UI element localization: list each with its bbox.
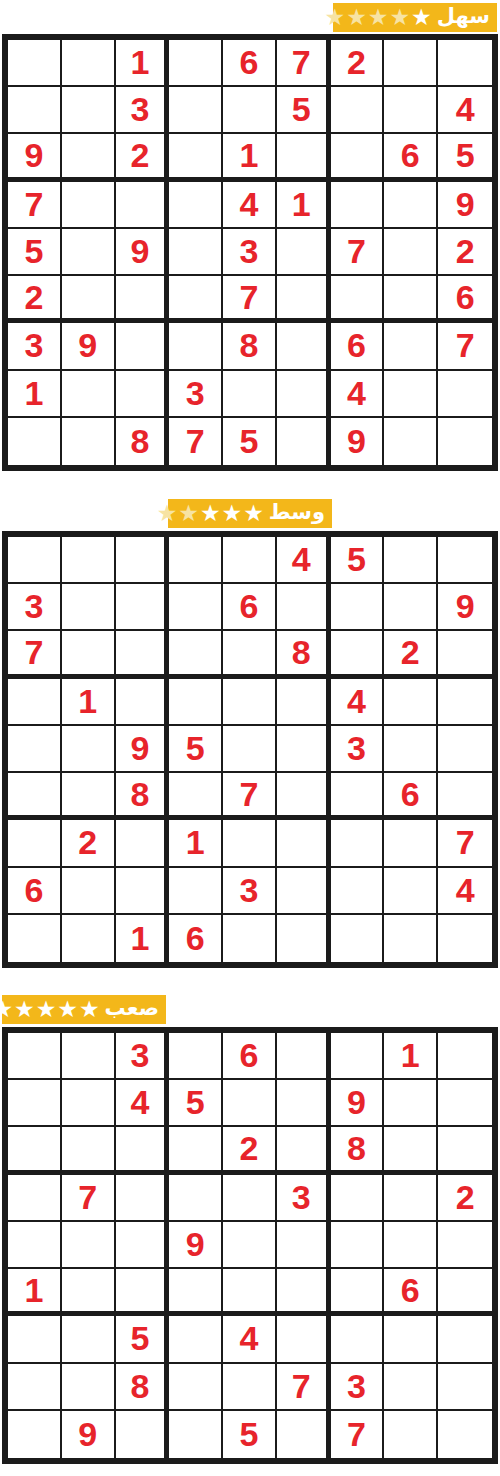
star-empty-icon: ★ — [157, 502, 178, 525]
cell-r2c4 — [169, 87, 223, 134]
cell-r6c1 — [8, 773, 62, 820]
cell-r8c8 — [384, 1364, 438, 1411]
cell-r9c4 — [169, 1411, 223, 1458]
cell-r9c4: 7 — [169, 418, 223, 465]
cell-r1c5: 6 — [223, 40, 277, 87]
cell-r8c6: 7 — [277, 1364, 331, 1411]
cell-r4c2: 7 — [62, 1175, 116, 1222]
cell-r3c4 — [169, 1127, 223, 1174]
cell-r5c3: 9 — [116, 726, 170, 773]
cell-r1c1 — [8, 40, 62, 87]
cell-r3c1 — [8, 1127, 62, 1174]
cell-r4c6: 3 — [277, 1175, 331, 1222]
cell-r6c4 — [169, 276, 223, 323]
cell-r8c4 — [169, 868, 223, 915]
cell-r5c7: 7 — [331, 229, 385, 276]
cell-r7c7 — [331, 1316, 385, 1363]
star-filled-icon: ★ — [243, 502, 264, 525]
cell-r8c7: 3 — [331, 1364, 385, 1411]
cell-r7c3: 5 — [116, 1316, 170, 1363]
cell-r8c3 — [116, 371, 170, 418]
cell-r4c7: 4 — [331, 679, 385, 726]
cell-r1c4 — [169, 1033, 223, 1080]
star-filled-icon: ★ — [79, 998, 100, 1021]
cell-r2c6: 5 — [277, 87, 331, 134]
cell-r2c9 — [438, 1080, 492, 1127]
cell-r8c2 — [62, 371, 116, 418]
cell-r5c5 — [223, 726, 277, 773]
cell-r5c6 — [277, 1222, 331, 1269]
cell-r3c8: 2 — [384, 631, 438, 678]
cell-r8c7 — [331, 868, 385, 915]
cell-r4c4 — [169, 679, 223, 726]
cell-r3c2 — [62, 631, 116, 678]
cell-r6c3: 8 — [116, 773, 170, 820]
cell-r8c6 — [277, 868, 331, 915]
cell-r5c8 — [384, 1222, 438, 1269]
cell-r8c3: 8 — [116, 1364, 170, 1411]
cell-r4c2 — [62, 182, 116, 229]
cell-r1c5 — [223, 537, 277, 584]
cell-r9c6 — [277, 915, 331, 962]
cell-r1c8 — [384, 40, 438, 87]
cell-r4c4 — [169, 182, 223, 229]
cell-r2c8 — [384, 584, 438, 631]
cell-r6c1: 2 — [8, 276, 62, 323]
cell-r5c3 — [116, 1222, 170, 1269]
cell-r3c4 — [169, 631, 223, 678]
cell-r2c8 — [384, 87, 438, 134]
cell-r2c4 — [169, 584, 223, 631]
cell-r5c9: 2 — [438, 229, 492, 276]
cell-r6c8: 6 — [384, 773, 438, 820]
cell-r9c7: 7 — [331, 1411, 385, 1458]
cell-r2c5: 6 — [223, 584, 277, 631]
cell-r6c8: 6 — [384, 1269, 438, 1316]
cell-r8c1: 1 — [8, 371, 62, 418]
cell-r6c1: 1 — [8, 1269, 62, 1316]
cell-r1c2 — [62, 40, 116, 87]
cell-r9c3 — [116, 1411, 170, 1458]
cell-r5c2 — [62, 229, 116, 276]
cell-r7c7 — [331, 820, 385, 867]
cell-r7c4: 1 — [169, 820, 223, 867]
cell-r3c6 — [277, 134, 331, 181]
cell-r2c2 — [62, 87, 116, 134]
cell-r3c8 — [384, 1127, 438, 1174]
cell-r6c9 — [438, 773, 492, 820]
cell-r5c2 — [62, 726, 116, 773]
cell-r2c3 — [116, 584, 170, 631]
cell-r8c9 — [438, 1364, 492, 1411]
cell-r8c8 — [384, 371, 438, 418]
cell-r3c5 — [223, 631, 277, 678]
cell-r3c3 — [116, 1127, 170, 1174]
cell-r3c5: 2 — [223, 1127, 277, 1174]
cell-r8c5 — [223, 1364, 277, 1411]
cell-r1c7 — [331, 1033, 385, 1080]
cell-r6c7 — [331, 773, 385, 820]
cell-r6c8 — [384, 276, 438, 323]
star-empty-icon: ★ — [346, 6, 367, 29]
cell-r6c4 — [169, 773, 223, 820]
cell-r9c9 — [438, 418, 492, 465]
star-filled-icon: ★ — [411, 6, 432, 29]
cell-r3c6: 8 — [277, 631, 331, 678]
cell-r7c5: 8 — [223, 323, 277, 370]
cell-r9c2 — [62, 915, 116, 962]
cell-r4c7 — [331, 182, 385, 229]
cell-r6c7 — [331, 276, 385, 323]
cell-r7c9 — [438, 1316, 492, 1363]
cell-r2c1: 3 — [8, 584, 62, 631]
cell-r6c9: 6 — [438, 276, 492, 323]
cell-r8c2 — [62, 1364, 116, 1411]
cell-r8c1 — [8, 1364, 62, 1411]
cell-r5c4: 9 — [169, 1222, 223, 1269]
cell-r1c4 — [169, 537, 223, 584]
cell-r5c6 — [277, 726, 331, 773]
cell-r9c9 — [438, 915, 492, 962]
cell-r3c7 — [331, 134, 385, 181]
cell-r4c4 — [169, 1175, 223, 1222]
cell-r1c4 — [169, 40, 223, 87]
cell-r5c9 — [438, 1222, 492, 1269]
difficulty-banner-medium: وسط ★★★★★ — [168, 499, 332, 528]
cell-r7c5: 4 — [223, 1316, 277, 1363]
difficulty-label-hard: صعب — [105, 998, 159, 1021]
cell-r8c9 — [438, 371, 492, 418]
cell-r2c6 — [277, 584, 331, 631]
cell-r4c8 — [384, 182, 438, 229]
cell-r7c7: 6 — [331, 323, 385, 370]
cell-r2c3: 3 — [116, 87, 170, 134]
cell-r2c2 — [62, 584, 116, 631]
cell-r5c6 — [277, 229, 331, 276]
cell-r8c4: 3 — [169, 371, 223, 418]
difficulty-stars-easy: ★★★★★ — [325, 6, 432, 29]
cell-r4c7 — [331, 1175, 385, 1222]
cell-r1c6: 4 — [277, 537, 331, 584]
cell-r9c6 — [277, 418, 331, 465]
cell-r5c7: 3 — [331, 726, 385, 773]
cell-r2c2 — [62, 1080, 116, 1127]
cell-r3c7 — [331, 631, 385, 678]
cell-r9c5 — [223, 915, 277, 962]
cell-r4c8 — [384, 1175, 438, 1222]
cell-r4c3 — [116, 1175, 170, 1222]
cell-r3c4 — [169, 134, 223, 181]
cell-r1c5: 6 — [223, 1033, 277, 1080]
cell-r4c8 — [384, 679, 438, 726]
cell-r2c1 — [8, 87, 62, 134]
cell-r5c9 — [438, 726, 492, 773]
cell-r5c8 — [384, 229, 438, 276]
cell-r5c7 — [331, 1222, 385, 1269]
cell-r9c4: 6 — [169, 915, 223, 962]
star-empty-icon: ★ — [178, 502, 199, 525]
cell-r9c1 — [8, 418, 62, 465]
cell-r4c9: 9 — [438, 182, 492, 229]
cell-r7c6 — [277, 323, 331, 370]
cell-r4c9 — [438, 679, 492, 726]
difficulty-label-easy: سهل — [437, 6, 490, 29]
cell-r6c5 — [223, 1269, 277, 1316]
cell-r8c3 — [116, 868, 170, 915]
difficulty-banner-easy: سهل ★★★★★ — [333, 3, 497, 32]
star-filled-icon: ★ — [0, 998, 13, 1021]
cell-r4c1 — [8, 679, 62, 726]
cell-r3c1: 7 — [8, 631, 62, 678]
cell-r7c2: 9 — [62, 323, 116, 370]
cell-r2c7 — [331, 87, 385, 134]
difficulty-stars-hard: ★★★★★ — [0, 998, 100, 1021]
cell-r9c8 — [384, 915, 438, 962]
cell-r1c6: 7 — [277, 40, 331, 87]
cell-r2c6 — [277, 1080, 331, 1127]
cell-r6c7 — [331, 1269, 385, 1316]
cell-r9c6 — [277, 1411, 331, 1458]
cell-r1c2 — [62, 537, 116, 584]
cell-r2c9: 4 — [438, 87, 492, 134]
difficulty-label-medium: وسط — [269, 502, 325, 525]
cell-r7c5 — [223, 820, 277, 867]
cell-r3c9 — [438, 1127, 492, 1174]
cell-r8c2 — [62, 868, 116, 915]
cell-r6c3 — [116, 276, 170, 323]
cell-r7c6 — [277, 1316, 331, 1363]
cell-r3c3 — [116, 631, 170, 678]
star-empty-icon: ★ — [325, 6, 346, 29]
cell-r9c7 — [331, 915, 385, 962]
cell-r5c8 — [384, 726, 438, 773]
cell-r4c6: 1 — [277, 182, 331, 229]
cell-r3c2 — [62, 1127, 116, 1174]
cell-r3c9: 5 — [438, 134, 492, 181]
cell-r7c3 — [116, 323, 170, 370]
cell-r6c3 — [116, 1269, 170, 1316]
cell-r1c2 — [62, 1033, 116, 1080]
cell-r7c8 — [384, 323, 438, 370]
cell-r3c3: 2 — [116, 134, 170, 181]
cell-r6c2 — [62, 276, 116, 323]
cell-r7c3 — [116, 820, 170, 867]
cell-r2c7: 9 — [331, 1080, 385, 1127]
cell-r9c1 — [8, 1411, 62, 1458]
puzzle-section-hard: صعب ★★★★★ 3614592873291654873957 — [0, 995, 500, 1464]
cell-r6c4 — [169, 1269, 223, 1316]
cell-r4c5 — [223, 1175, 277, 1222]
cell-r9c3: 8 — [116, 418, 170, 465]
cell-r7c2 — [62, 1316, 116, 1363]
cell-r1c9 — [438, 40, 492, 87]
cell-r4c1: 7 — [8, 182, 62, 229]
cell-r3c5: 1 — [223, 134, 277, 181]
cell-r5c1 — [8, 1222, 62, 1269]
cell-r8c5: 3 — [223, 868, 277, 915]
cell-r8c1: 6 — [8, 868, 62, 915]
cell-r4c5: 4 — [223, 182, 277, 229]
cell-r5c1: 5 — [8, 229, 62, 276]
cell-r8c9: 4 — [438, 868, 492, 915]
cell-r6c6 — [277, 773, 331, 820]
cell-r1c3: 3 — [116, 1033, 170, 1080]
cell-r5c4 — [169, 229, 223, 276]
sudoku-grid-medium: 453697821495387621763416 — [2, 531, 498, 968]
cell-r7c9: 7 — [438, 820, 492, 867]
cell-r6c6 — [277, 1269, 331, 1316]
cell-r6c5: 7 — [223, 773, 277, 820]
cell-r3c8: 6 — [384, 134, 438, 181]
cell-r6c2 — [62, 1269, 116, 1316]
cell-r1c3: 1 — [116, 40, 170, 87]
cell-r4c2: 1 — [62, 679, 116, 726]
cell-r5c2 — [62, 1222, 116, 1269]
cell-r4c3 — [116, 182, 170, 229]
star-filled-icon: ★ — [200, 502, 221, 525]
cell-r1c9 — [438, 537, 492, 584]
star-filled-icon: ★ — [222, 502, 243, 525]
cell-r7c1: 3 — [8, 323, 62, 370]
sudoku-page: سهل ★★★★★ 167235492165741959372276398671… — [0, 0, 500, 1476]
cell-r1c1 — [8, 537, 62, 584]
cell-r9c2 — [62, 418, 116, 465]
cell-r2c5 — [223, 87, 277, 134]
cell-r7c2: 2 — [62, 820, 116, 867]
difficulty-banner-hard: صعب ★★★★★ — [2, 995, 166, 1024]
cell-r4c3 — [116, 679, 170, 726]
cell-r3c1: 9 — [8, 134, 62, 181]
cell-r1c9 — [438, 1033, 492, 1080]
cell-r7c8 — [384, 1316, 438, 1363]
cell-r8c8 — [384, 868, 438, 915]
cell-r1c3 — [116, 537, 170, 584]
difficulty-stars-medium: ★★★★★ — [157, 502, 264, 525]
cell-r7c6 — [277, 820, 331, 867]
cell-r7c1 — [8, 1316, 62, 1363]
cell-r5c5 — [223, 1222, 277, 1269]
cell-r6c2 — [62, 773, 116, 820]
cell-r5c3: 9 — [116, 229, 170, 276]
star-empty-icon: ★ — [368, 6, 389, 29]
sudoku-grid-hard: 3614592873291654873957 — [2, 1027, 498, 1464]
cell-r9c5: 5 — [223, 1411, 277, 1458]
cell-r8c5 — [223, 371, 277, 418]
cell-r2c9: 9 — [438, 584, 492, 631]
cell-r9c5: 5 — [223, 418, 277, 465]
cell-r9c8 — [384, 418, 438, 465]
star-filled-icon: ★ — [57, 998, 78, 1021]
cell-r9c8 — [384, 1411, 438, 1458]
cell-r5c4: 5 — [169, 726, 223, 773]
cell-r6c6 — [277, 276, 331, 323]
cell-r7c9: 7 — [438, 323, 492, 370]
cell-r2c7 — [331, 584, 385, 631]
cell-r9c7: 9 — [331, 418, 385, 465]
sudoku-grid-easy: 167235492165741959372276398671348759 — [2, 34, 498, 471]
cell-r3c7: 8 — [331, 1127, 385, 1174]
cell-r2c8 — [384, 1080, 438, 1127]
cell-r6c9 — [438, 1269, 492, 1316]
cell-r3c6 — [277, 1127, 331, 1174]
cell-r7c1 — [8, 820, 62, 867]
cell-r2c1 — [8, 1080, 62, 1127]
cell-r1c8 — [384, 537, 438, 584]
cell-r7c4 — [169, 323, 223, 370]
puzzle-section-easy: سهل ★★★★★ 167235492165741959372276398671… — [0, 3, 500, 471]
cell-r8c6 — [277, 371, 331, 418]
puzzle-section-medium: وسط ★★★★★ 453697821495387621763416 — [0, 499, 500, 968]
cell-r4c9: 2 — [438, 1175, 492, 1222]
cell-r9c2: 9 — [62, 1411, 116, 1458]
cell-r1c7: 2 — [331, 40, 385, 87]
cell-r5c1 — [8, 726, 62, 773]
cell-r9c9 — [438, 1411, 492, 1458]
star-filled-icon: ★ — [36, 998, 57, 1021]
cell-r7c8 — [384, 820, 438, 867]
cell-r8c4 — [169, 1364, 223, 1411]
cell-r2c5 — [223, 1080, 277, 1127]
cell-r3c9 — [438, 631, 492, 678]
cell-r1c1 — [8, 1033, 62, 1080]
cell-r7c4 — [169, 1316, 223, 1363]
cell-r1c6 — [277, 1033, 331, 1080]
cell-r8c7: 4 — [331, 371, 385, 418]
cell-r9c1 — [8, 915, 62, 962]
cell-r9c3: 1 — [116, 915, 170, 962]
cell-r5c5: 3 — [223, 229, 277, 276]
star-empty-icon: ★ — [389, 6, 410, 29]
cell-r1c8: 1 — [384, 1033, 438, 1080]
cell-r3c2 — [62, 134, 116, 181]
cell-r1c7: 5 — [331, 537, 385, 584]
cell-r2c3: 4 — [116, 1080, 170, 1127]
cell-r2c4: 5 — [169, 1080, 223, 1127]
cell-r4c1 — [8, 1175, 62, 1222]
cell-r4c5 — [223, 679, 277, 726]
cell-r4c6 — [277, 679, 331, 726]
cell-r6c5: 7 — [223, 276, 277, 323]
star-filled-icon: ★ — [14, 998, 35, 1021]
